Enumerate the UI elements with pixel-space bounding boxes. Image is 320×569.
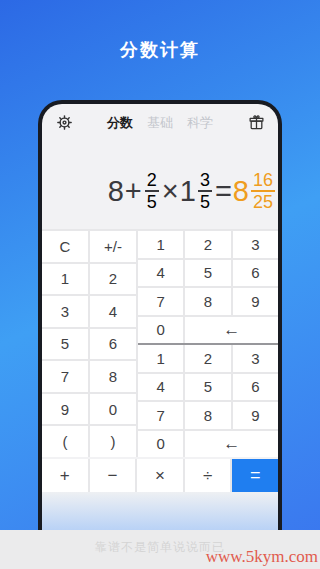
key-whole-6[interactable]: 6 — [90, 329, 136, 360]
key-num-2[interactable]: 2 — [185, 231, 230, 258]
watermark: www.5kym.com — [206, 547, 318, 567]
key-num-9[interactable]: 9 — [233, 288, 278, 315]
key-den-4[interactable]: 4 — [138, 374, 183, 401]
fraction-numerator: 3 — [198, 170, 212, 192]
key-num-backspace[interactable]: ← — [185, 317, 278, 344]
key-den-1[interactable]: 1 — [138, 345, 183, 372]
key-den-9[interactable]: 9 — [233, 402, 278, 429]
tab-scientific[interactable]: 科学 — [187, 114, 213, 132]
display-equals-sign: = — [215, 175, 232, 208]
key-clear[interactable]: C — [42, 231, 88, 262]
key-den-backspace[interactable]: ← — [185, 431, 278, 458]
gift-icon — [248, 114, 265, 131]
backspace-icon: ← — [223, 320, 240, 340]
key-divide[interactable]: ÷ — [185, 459, 231, 492]
keypad: C +/- 1 2 3 4 5 6 7 8 9 0 ( ) 1 2 3 — [42, 229, 278, 457]
key-den-8[interactable]: 8 — [185, 402, 230, 429]
fraction-denominator: 5 — [145, 192, 159, 212]
page: 分数计算 分数 基础 科学 — [0, 0, 320, 569]
key-num-3[interactable]: 3 — [233, 231, 278, 258]
key-den-0[interactable]: 0 — [138, 431, 183, 458]
key-num-7[interactable]: 7 — [138, 288, 183, 315]
page-title: 分数计算 — [0, 38, 320, 62]
result-fraction: 16 25 — [251, 170, 275, 212]
gear-icon — [56, 114, 73, 131]
key-den-5[interactable]: 5 — [185, 374, 230, 401]
display-operator-multiply: × — [162, 175, 179, 208]
screen-fade — [42, 492, 278, 530]
gift-button[interactable] — [247, 114, 265, 132]
key-whole-2[interactable]: 2 — [90, 264, 136, 295]
display-operand-mixed-whole: 1 — [180, 175, 196, 208]
key-equals[interactable]: = — [232, 459, 278, 492]
key-den-3[interactable]: 3 — [233, 345, 278, 372]
key-subtract[interactable]: − — [90, 459, 136, 492]
footer: 靠谱不是简单说说而已 www.5kym.com — [0, 530, 320, 569]
denominator-pad: 1 2 3 4 5 6 7 8 9 0 ← — [138, 345, 278, 457]
key-num-4[interactable]: 4 — [138, 260, 183, 287]
key-paren-open[interactable]: ( — [42, 426, 88, 457]
key-whole-3[interactable]: 3 — [42, 296, 88, 327]
key-plus-minus[interactable]: +/- — [90, 231, 136, 262]
display-fraction-1: 2 5 — [145, 170, 159, 212]
numerator-pad: 1 2 3 4 5 6 7 8 9 0 ← — [138, 231, 278, 343]
key-num-8[interactable]: 8 — [185, 288, 230, 315]
result-whole: 8 — [233, 175, 249, 208]
key-whole-7[interactable]: 7 — [42, 361, 88, 392]
display-fraction-2: 3 5 — [198, 170, 212, 212]
key-den-2[interactable]: 2 — [185, 345, 230, 372]
fraction-numerator: 2 — [145, 170, 159, 192]
key-whole-4[interactable]: 4 — [90, 296, 136, 327]
key-paren-close[interactable]: ) — [90, 426, 136, 457]
calc-display: 8 + 2 5 × 1 3 5 = 8 16 25 — [42, 141, 278, 229]
key-add[interactable]: + — [42, 459, 88, 492]
tab-basic[interactable]: 基础 — [147, 114, 173, 132]
phone-mockup: 分数 基础 科学 8 + 2 5 × 1 — [38, 100, 282, 530]
key-num-6[interactable]: 6 — [233, 260, 278, 287]
display-operand-whole: 8 — [108, 175, 124, 208]
appbar: 分数 基础 科学 — [42, 104, 278, 141]
key-den-6[interactable]: 6 — [233, 374, 278, 401]
key-num-0[interactable]: 0 — [138, 317, 183, 344]
fraction-pads: 1 2 3 4 5 6 7 8 9 0 ← 1 2 3 4 — [138, 231, 278, 457]
key-num-5[interactable]: 5 — [185, 260, 230, 287]
key-whole-8[interactable]: 8 — [90, 361, 136, 392]
key-whole-9[interactable]: 9 — [42, 394, 88, 425]
result-denominator: 25 — [251, 192, 275, 212]
key-whole-5[interactable]: 5 — [42, 329, 88, 360]
display-operator-plus: + — [125, 175, 142, 208]
fraction-denominator: 5 — [198, 192, 212, 212]
backspace-icon: ← — [223, 434, 240, 454]
operator-row: + − × ÷ = — [42, 459, 278, 492]
key-den-7[interactable]: 7 — [138, 402, 183, 429]
key-num-1[interactable]: 1 — [138, 231, 183, 258]
tab-fraction[interactable]: 分数 — [107, 114, 133, 132]
settings-button[interactable] — [55, 114, 73, 132]
whole-number-pad: C +/- 1 2 3 4 5 6 7 8 9 0 ( ) — [42, 231, 136, 457]
key-multiply[interactable]: × — [137, 459, 183, 492]
key-whole-0[interactable]: 0 — [90, 394, 136, 425]
tab-bar: 分数 基础 科学 — [73, 114, 247, 132]
key-whole-1[interactable]: 1 — [42, 264, 88, 295]
result-numerator: 16 — [251, 170, 275, 192]
